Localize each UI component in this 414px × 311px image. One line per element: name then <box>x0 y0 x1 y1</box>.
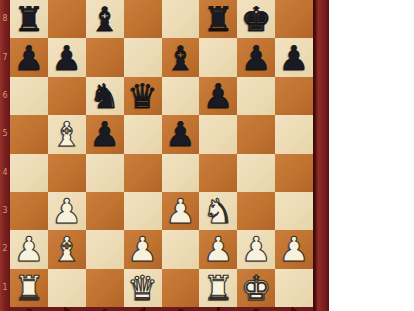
square-h2[interactable]: ♟ <box>275 230 313 268</box>
square-d4[interactable] <box>124 154 162 192</box>
square-c3[interactable] <box>86 192 124 230</box>
square-b7[interactable]: ♟ <box>48 38 86 76</box>
file-label-a: a <box>10 307 48 311</box>
white-rook-piece[interactable]: ♜ <box>14 269 44 307</box>
square-f3[interactable]: ♞ <box>199 192 237 230</box>
square-e6[interactable] <box>162 77 200 115</box>
square-g7[interactable]: ♟ <box>237 38 275 76</box>
square-e4[interactable] <box>162 154 200 192</box>
square-g8[interactable]: ♚ <box>237 0 275 38</box>
square-e1[interactable] <box>162 269 200 307</box>
square-a7[interactable]: ♟ <box>10 38 48 76</box>
square-h1[interactable] <box>275 269 313 307</box>
page-background-margin <box>329 0 414 311</box>
square-c5[interactable]: ♟ <box>86 115 124 153</box>
black-bishop-piece[interactable]: ♝ <box>89 0 119 38</box>
black-pawn-piece[interactable]: ♟ <box>203 77 233 115</box>
file-label-d: d <box>124 307 162 311</box>
rank-coordinates: 87654321 <box>0 0 10 307</box>
black-rook-piece[interactable]: ♜ <box>14 0 44 38</box>
white-king-piece[interactable]: ♚ <box>241 269 271 307</box>
square-a6[interactable] <box>10 77 48 115</box>
black-knight-piece[interactable]: ♞ <box>89 77 119 115</box>
white-pawn-piece[interactable]: ♟ <box>127 230 157 268</box>
black-pawn-piece[interactable]: ♟ <box>89 115 119 153</box>
black-king-piece[interactable]: ♚ <box>241 0 271 38</box>
black-queen-piece[interactable]: ♛ <box>127 77 157 115</box>
square-h4[interactable] <box>275 154 313 192</box>
rank-label-8: 8 <box>0 0 10 38</box>
square-b4[interactable] <box>48 154 86 192</box>
square-d6[interactable]: ♛ <box>124 77 162 115</box>
square-f4[interactable] <box>199 154 237 192</box>
black-bishop-piece[interactable]: ♝ <box>165 39 195 77</box>
square-f1[interactable]: ♜ <box>199 269 237 307</box>
square-f6[interactable]: ♟ <box>199 77 237 115</box>
chess-board[interactable]: ♜♝♜♚♟♟♝♟♟♞♛♟♝♟♟♟♟♞♟♝♟♟♟♟♜♛♜♚ <box>10 0 313 307</box>
square-g2[interactable]: ♟ <box>237 230 275 268</box>
white-queen-piece[interactable]: ♛ <box>127 269 157 307</box>
white-pawn-piece[interactable]: ♟ <box>14 230 44 268</box>
square-h3[interactable] <box>275 192 313 230</box>
black-pawn-piece[interactable]: ♟ <box>165 115 195 153</box>
black-pawn-piece[interactable]: ♟ <box>52 39 82 77</box>
square-b6[interactable] <box>48 77 86 115</box>
white-rook-piece[interactable]: ♜ <box>203 269 233 307</box>
square-b3[interactable]: ♟ <box>48 192 86 230</box>
file-label-g: g <box>237 307 275 311</box>
square-h7[interactable]: ♟ <box>275 38 313 76</box>
rank-label-6: 6 <box>0 77 10 115</box>
square-g3[interactable] <box>237 192 275 230</box>
square-a5[interactable] <box>10 115 48 153</box>
file-label-e: e <box>162 307 200 311</box>
file-label-b: b <box>48 307 86 311</box>
square-d7[interactable] <box>124 38 162 76</box>
square-g5[interactable] <box>237 115 275 153</box>
white-pawn-piece[interactable]: ♟ <box>52 192 82 230</box>
square-e3[interactable]: ♟ <box>162 192 200 230</box>
black-pawn-piece[interactable]: ♟ <box>241 39 271 77</box>
white-bishop-piece[interactable]: ♝ <box>52 115 82 153</box>
rank-label-3: 3 <box>0 192 10 230</box>
square-d3[interactable] <box>124 192 162 230</box>
square-g1[interactable]: ♚ <box>237 269 275 307</box>
square-a3[interactable] <box>10 192 48 230</box>
square-c4[interactable] <box>86 154 124 192</box>
square-c2[interactable] <box>86 230 124 268</box>
square-a1[interactable]: ♜ <box>10 269 48 307</box>
square-h5[interactable] <box>275 115 313 153</box>
rank-label-7: 7 <box>0 38 10 76</box>
square-d5[interactable] <box>124 115 162 153</box>
file-label-f: f <box>199 307 237 311</box>
square-e2[interactable] <box>162 230 200 268</box>
square-e8[interactable] <box>162 0 200 38</box>
square-c7[interactable] <box>86 38 124 76</box>
square-b1[interactable] <box>48 269 86 307</box>
left-frame-rail: 87654321 <box>0 0 10 311</box>
square-f2[interactable]: ♟ <box>199 230 237 268</box>
rank-label-2: 2 <box>0 230 10 268</box>
square-c6[interactable]: ♞ <box>86 77 124 115</box>
square-c1[interactable] <box>86 269 124 307</box>
white-pawn-piece[interactable]: ♟ <box>203 230 233 268</box>
file-label-c: c <box>86 307 124 311</box>
white-pawn-piece[interactable]: ♟ <box>241 230 271 268</box>
square-h6[interactable] <box>275 77 313 115</box>
square-b5[interactable]: ♝ <box>48 115 86 153</box>
black-pawn-piece[interactable]: ♟ <box>279 39 309 77</box>
square-g6[interactable] <box>237 77 275 115</box>
square-e5[interactable]: ♟ <box>162 115 200 153</box>
square-b8[interactable] <box>48 0 86 38</box>
white-knight-piece[interactable]: ♞ <box>203 192 233 230</box>
file-coordinates: abcdefgh <box>10 307 313 311</box>
square-f5[interactable] <box>199 115 237 153</box>
rank-label-4: 4 <box>0 154 10 192</box>
file-label-h: h <box>275 307 313 311</box>
square-b2[interactable]: ♝ <box>48 230 86 268</box>
black-rook-piece[interactable]: ♜ <box>203 0 233 38</box>
white-pawn-piece[interactable]: ♟ <box>279 230 309 268</box>
rank-label-1: 1 <box>0 269 10 307</box>
rank-label-5: 5 <box>0 115 10 153</box>
square-e7[interactable]: ♝ <box>162 38 200 76</box>
white-bishop-piece[interactable]: ♝ <box>52 230 82 268</box>
square-d2[interactable]: ♟ <box>124 230 162 268</box>
square-a4[interactable] <box>10 154 48 192</box>
square-f7[interactable] <box>199 38 237 76</box>
white-pawn-piece[interactable]: ♟ <box>165 192 195 230</box>
chess-diagram: 87654321 ♜♝♜♚♟♟♝♟♟♞♛♟♝♟♟♟♟♞♟♝♟♟♟♟♜♛♜♚ ab… <box>0 0 414 311</box>
square-a2[interactable]: ♟ <box>10 230 48 268</box>
square-d8[interactable] <box>124 0 162 38</box>
square-f8[interactable]: ♜ <box>199 0 237 38</box>
square-a8[interactable]: ♜ <box>10 0 48 38</box>
square-c8[interactable]: ♝ <box>86 0 124 38</box>
black-pawn-piece[interactable]: ♟ <box>14 39 44 77</box>
right-frame-rail <box>313 0 329 311</box>
square-h8[interactable] <box>275 0 313 38</box>
square-d1[interactable]: ♛ <box>124 269 162 307</box>
square-g4[interactable] <box>237 154 275 192</box>
